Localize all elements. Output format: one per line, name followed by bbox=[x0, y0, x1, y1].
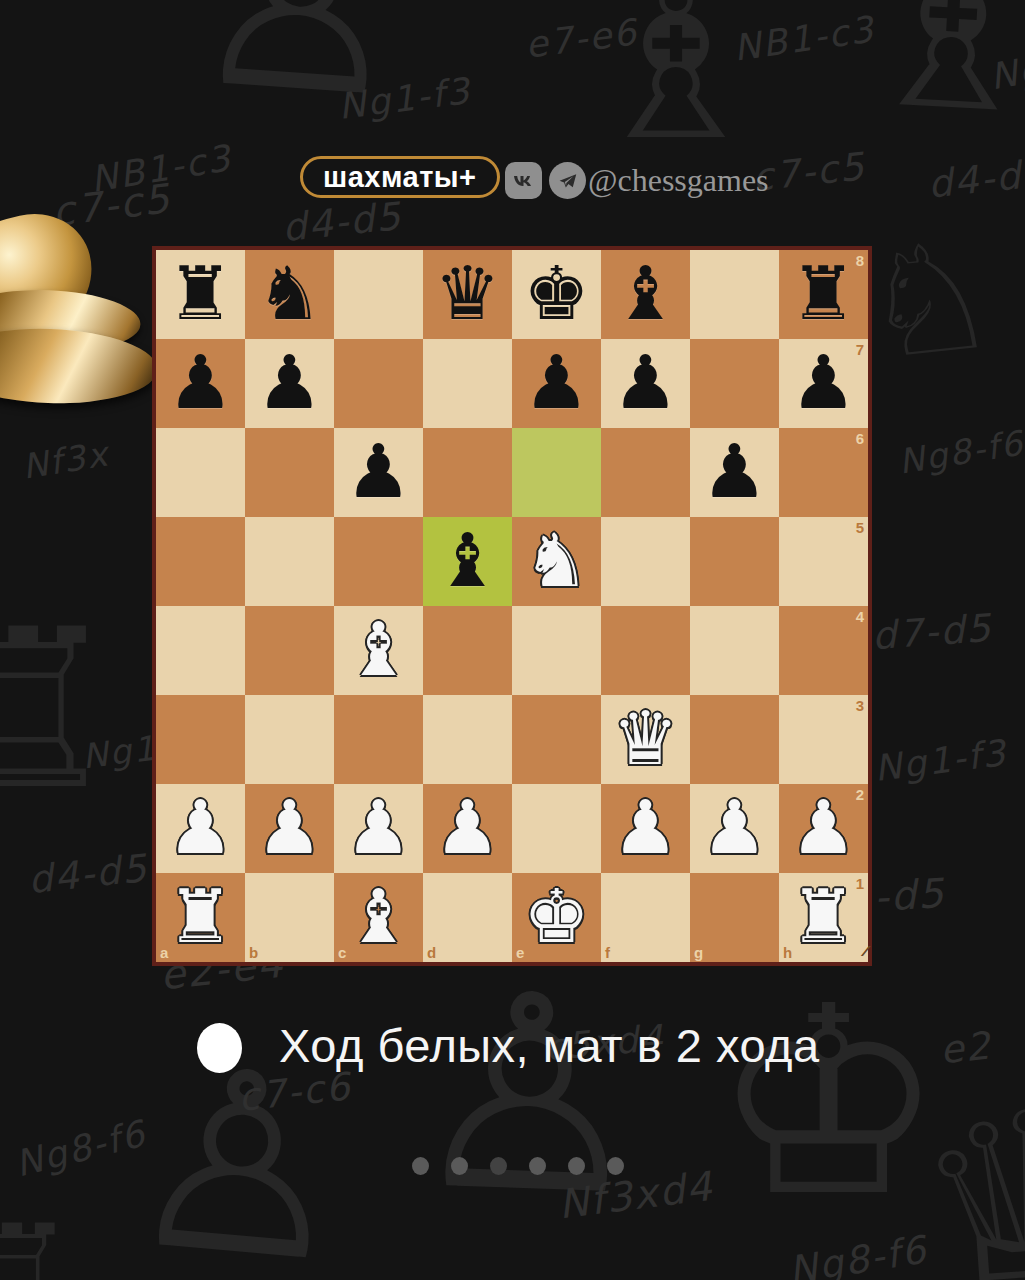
square-a2: ♟ bbox=[156, 784, 245, 873]
black-bishop: ♝ bbox=[434, 523, 500, 597]
white-rook: ♜ bbox=[167, 879, 233, 953]
square-e8: ♚ bbox=[512, 250, 601, 339]
vk-icon[interactable] bbox=[505, 162, 542, 199]
black-pawn: ♟ bbox=[256, 345, 322, 419]
square-c1: c♝ bbox=[334, 873, 423, 962]
rank-label: 3 bbox=[856, 697, 864, 714]
bg-move-annotation: Ng1-f3 bbox=[872, 732, 1009, 789]
square-g1: g bbox=[690, 873, 779, 962]
black-pawn: ♟ bbox=[345, 434, 411, 508]
square-f8: ♝ bbox=[601, 250, 690, 339]
square-f7: ♟ bbox=[601, 339, 690, 428]
brand-pill[interactable]: шахматы+ bbox=[300, 156, 500, 198]
telegram-icon[interactable] bbox=[549, 162, 586, 199]
square-g8 bbox=[690, 250, 779, 339]
white-pawn: ♟ bbox=[167, 790, 233, 864]
black-rook: ♜ bbox=[167, 256, 233, 330]
square-g5 bbox=[690, 517, 779, 606]
square-b3 bbox=[245, 695, 334, 784]
square-c5 bbox=[334, 517, 423, 606]
white-pawn: ♟ bbox=[790, 790, 856, 864]
file-label: g bbox=[694, 944, 703, 961]
chess-board: ♜♞♛♚♝8♜♟♟♟♟7♟♟♟6♝♞5♝4♛3♟♟♟♟♟♟2♟a♜bc♝de♚f… bbox=[152, 246, 872, 966]
square-b6 bbox=[245, 428, 334, 517]
square-f6 bbox=[601, 428, 690, 517]
square-b5 bbox=[245, 517, 334, 606]
black-queen: ♛ bbox=[434, 256, 500, 330]
square-g2: ♟ bbox=[690, 784, 779, 873]
square-h4: 4 bbox=[779, 606, 868, 695]
white-queen: ♛ bbox=[612, 701, 678, 775]
bg-move-annotation: d7-d5 bbox=[871, 606, 994, 658]
white-rook: ♜ bbox=[790, 879, 856, 953]
black-rook: ♜ bbox=[790, 256, 856, 330]
carousel-dot[interactable] bbox=[490, 1157, 507, 1175]
black-pawn: ♟ bbox=[523, 345, 589, 419]
rank-label: 5 bbox=[856, 519, 864, 536]
caption-bullet bbox=[197, 1023, 242, 1073]
square-c7 bbox=[334, 339, 423, 428]
square-e7: ♟ bbox=[512, 339, 601, 428]
square-b4 bbox=[245, 606, 334, 695]
square-e5: ♞ bbox=[512, 517, 601, 606]
square-b2: ♟ bbox=[245, 784, 334, 873]
square-e2 bbox=[512, 784, 601, 873]
black-pawn: ♟ bbox=[612, 345, 678, 419]
square-a4 bbox=[156, 606, 245, 695]
white-king: ♚ bbox=[523, 879, 589, 953]
white-pawn: ♟ bbox=[612, 790, 678, 864]
square-f3: ♛ bbox=[601, 695, 690, 784]
square-b1: b bbox=[245, 873, 334, 962]
rook-sketch: ♖ bbox=[0, 1205, 79, 1280]
caption-text: Ход белых, мат в 2 хода bbox=[279, 1018, 820, 1073]
telegram-icon-glyph bbox=[557, 170, 579, 192]
square-h3: 3 bbox=[779, 695, 868, 784]
square-f2: ♟ bbox=[601, 784, 690, 873]
carousel-dot[interactable] bbox=[607, 1157, 624, 1175]
bg-move-annotation: Ng8-f6 bbox=[896, 422, 1025, 481]
carousel-dot[interactable] bbox=[451, 1157, 468, 1175]
social-handle[interactable]: @chessgames bbox=[588, 162, 769, 199]
square-f5 bbox=[601, 517, 690, 606]
black-king: ♚ bbox=[523, 256, 589, 330]
black-knight: ♞ bbox=[256, 256, 322, 330]
bg-move-annotation: Nf3x bbox=[19, 433, 111, 486]
square-d3 bbox=[423, 695, 512, 784]
file-label: b bbox=[249, 944, 258, 961]
vk-icon-glyph bbox=[512, 169, 536, 193]
bg-move-annotation: d4-d5 bbox=[26, 846, 150, 902]
square-g4 bbox=[690, 606, 779, 695]
white-pawn: ♟ bbox=[345, 790, 411, 864]
carousel-dot[interactable] bbox=[568, 1157, 585, 1175]
square-c8 bbox=[334, 250, 423, 339]
square-d1: d bbox=[423, 873, 512, 962]
square-a6 bbox=[156, 428, 245, 517]
square-e3 bbox=[512, 695, 601, 784]
square-h1: 1h⁄⁄♜ bbox=[779, 873, 868, 962]
square-g3 bbox=[690, 695, 779, 784]
square-e4 bbox=[512, 606, 601, 695]
white-pawn: ♟ bbox=[434, 790, 500, 864]
black-bishop: ♝ bbox=[612, 256, 678, 330]
square-c6: ♟ bbox=[334, 428, 423, 517]
bg-move-annotation: d4-d5 bbox=[280, 194, 404, 250]
bg-move-annotation: e2 bbox=[938, 1023, 994, 1072]
square-d4 bbox=[423, 606, 512, 695]
square-d2: ♟ bbox=[423, 784, 512, 873]
square-d7 bbox=[423, 339, 512, 428]
black-pawn: ♟ bbox=[167, 345, 233, 419]
square-c3 bbox=[334, 695, 423, 784]
brand-label: шахматы+ bbox=[323, 161, 477, 194]
square-a3 bbox=[156, 695, 245, 784]
white-bishop: ♝ bbox=[345, 879, 411, 953]
square-f1: f bbox=[601, 873, 690, 962]
square-a8: ♜ bbox=[156, 250, 245, 339]
square-h6: 6 bbox=[779, 428, 868, 517]
file-label: f bbox=[605, 944, 610, 961]
square-h8: 8♜ bbox=[779, 250, 868, 339]
white-knight: ♞ bbox=[523, 523, 589, 597]
carousel-dot[interactable] bbox=[529, 1157, 546, 1175]
white-bishop: ♝ bbox=[345, 612, 411, 686]
square-d8: ♛ bbox=[423, 250, 512, 339]
bg-move-annotation: d4-d bbox=[926, 153, 1024, 207]
square-f4 bbox=[601, 606, 690, 695]
square-e6 bbox=[512, 428, 601, 517]
square-g7 bbox=[690, 339, 779, 428]
square-d6 bbox=[423, 428, 512, 517]
knight-sketch: ♘ bbox=[855, 218, 1004, 381]
rank-label: 6 bbox=[856, 430, 864, 447]
rank-label: 4 bbox=[856, 608, 864, 625]
white-pawn: ♟ bbox=[701, 790, 767, 864]
bg-move-annotation: Ng bbox=[987, 48, 1025, 98]
square-g6: ♟ bbox=[690, 428, 779, 517]
board-corner-mark: ⁄⁄ bbox=[864, 942, 865, 959]
square-a1: a♜ bbox=[156, 873, 245, 962]
square-h2: 2♟ bbox=[779, 784, 868, 873]
square-b8: ♞ bbox=[245, 250, 334, 339]
bg-move-annotation: Ng1 bbox=[80, 728, 159, 777]
file-label: d bbox=[427, 944, 436, 961]
rank-label: 2 bbox=[856, 786, 864, 803]
square-c4: ♝ bbox=[334, 606, 423, 695]
square-d5: ♝ bbox=[423, 517, 512, 606]
rank-label: 7 bbox=[856, 341, 864, 358]
carousel-dots bbox=[412, 1157, 624, 1175]
rank-label: 8 bbox=[856, 252, 864, 269]
square-h5: 5 bbox=[779, 517, 868, 606]
black-pawn: ♟ bbox=[701, 434, 767, 508]
black-pawn: ♟ bbox=[790, 345, 856, 419]
square-c2: ♟ bbox=[334, 784, 423, 873]
square-a5 bbox=[156, 517, 245, 606]
white-pawn: ♟ bbox=[256, 790, 322, 864]
carousel-dot[interactable] bbox=[412, 1157, 429, 1175]
rank-label: 1 bbox=[856, 875, 864, 892]
rook-sketch: ♖ bbox=[0, 600, 122, 820]
square-a7: ♟ bbox=[156, 339, 245, 428]
bg-move-annotation: -d5 bbox=[872, 870, 946, 921]
square-e1: e♚ bbox=[512, 873, 601, 962]
square-h7: 7♟ bbox=[779, 339, 868, 428]
square-b7: ♟ bbox=[245, 339, 334, 428]
